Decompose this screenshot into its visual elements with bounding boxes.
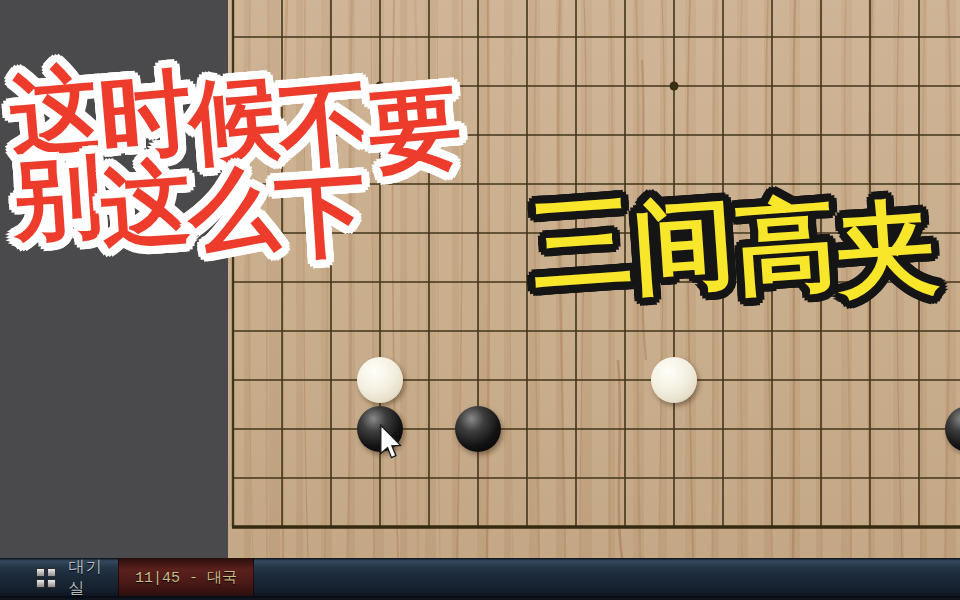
white-stone-K4 — [651, 357, 697, 403]
yellow-caption-pincer-label: 三间高夹 — [530, 192, 940, 300]
white-stone-D4 — [357, 357, 403, 403]
taskbar: 대기실 11|45 - 대국 — [0, 558, 960, 600]
waiting-room-label: 대기실 — [68, 557, 118, 599]
app-grid-icon — [36, 568, 56, 588]
active-game-tab[interactable]: 11|45 - 대국 — [118, 558, 254, 596]
mouse-cursor-arrow-icon — [380, 424, 402, 459]
red-caption-line2: 别这么下 — [10, 150, 367, 264]
game-tab-label: 11|45 - 대국 — [135, 568, 237, 587]
black-stone-F3 — [455, 406, 501, 452]
waiting-room-button[interactable]: 대기실 — [0, 560, 118, 596]
